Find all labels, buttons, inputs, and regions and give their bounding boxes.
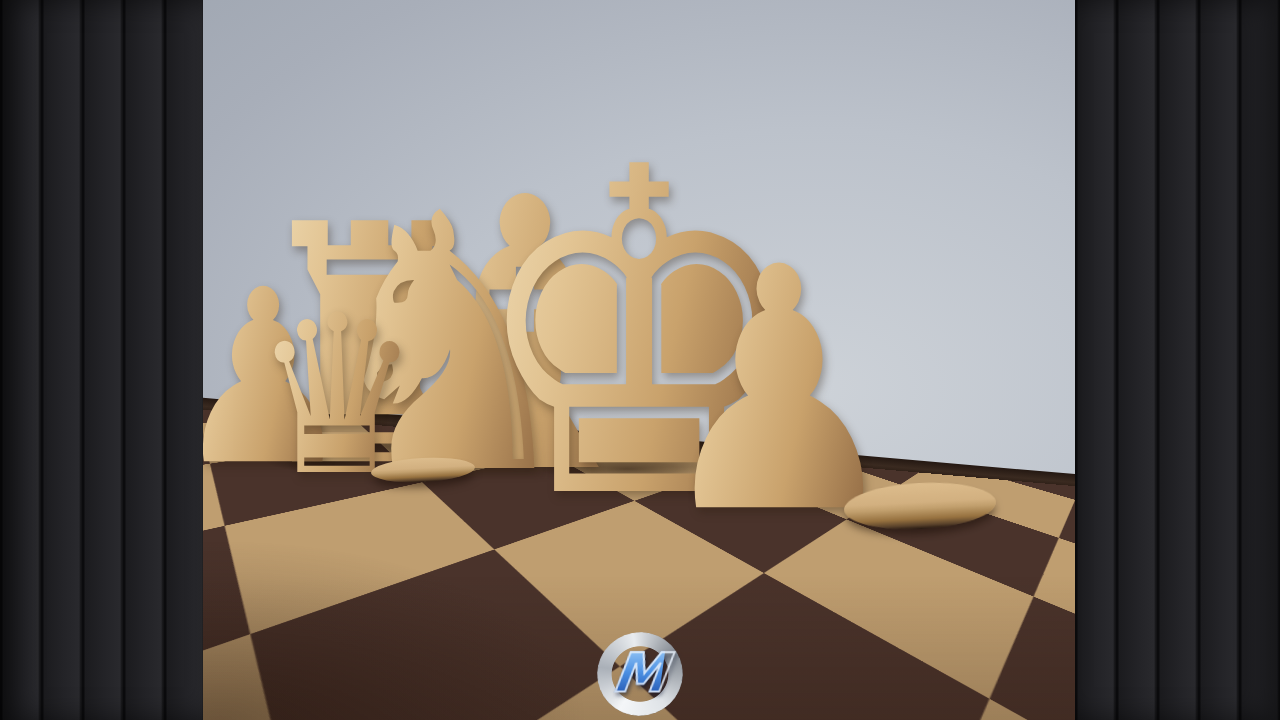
left-pillarbox-border	[0, 0, 203, 720]
video-frame: ♟ ♛ ♜ ♞ ♝ ♚ ♟ M	[0, 0, 1280, 720]
right-pillarbox-border	[1075, 0, 1280, 720]
render-viewport: ♟ ♛ ♜ ♞ ♝ ♚ ♟ M	[203, 0, 1075, 720]
watermark-logo: M	[597, 632, 707, 720]
watermark-letter: M	[609, 642, 667, 705]
